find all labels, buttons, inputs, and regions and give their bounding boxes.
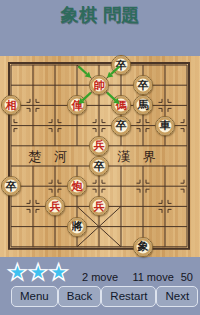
piece-black-chariot[interactable]: 車 [155,116,175,136]
piece-black-soldier[interactable]: 卒 [111,55,131,75]
xiangqi-board[interactable]: 楚河 漢界 卒帥卒相俥傌馬卒車兵卒卒炮兵兵將象 [0,56,200,257]
next-button[interactable]: Next [156,286,198,307]
puzzle-info-label: 11 move50 [132,271,193,283]
page-title: 象棋 問題 [0,3,200,27]
piece-black-soldier[interactable]: 卒 [89,156,109,176]
restart-button[interactable]: Restart [101,286,156,307]
piece-black-general[interactable]: 將 [67,217,87,237]
back-button[interactable]: Back [58,286,102,307]
river-label-right: 漢界 [117,149,169,164]
menu-button[interactable]: Menu [11,286,58,307]
xiangqi-puzzle-app: 象棋 問題 楚河 漢界 卒帥卒相俥傌馬卒車兵卒卒炮兵兵將象 ★★★ 2 move… [0,0,200,315]
button-bar: Menu Back Restart Next [0,286,200,308]
piece-black-elephant[interactable]: 象 [133,237,153,257]
status-row: ★★★ 2 move 11 move50 [0,263,200,287]
puzzle-number: 50 [181,271,193,283]
piece-black-soldier[interactable]: 卒 [111,116,131,136]
puzzle-moves-label: 11 move [132,271,173,283]
river-label-left: 楚河 [28,149,80,164]
piece-red-soldier[interactable]: 兵 [89,136,109,156]
